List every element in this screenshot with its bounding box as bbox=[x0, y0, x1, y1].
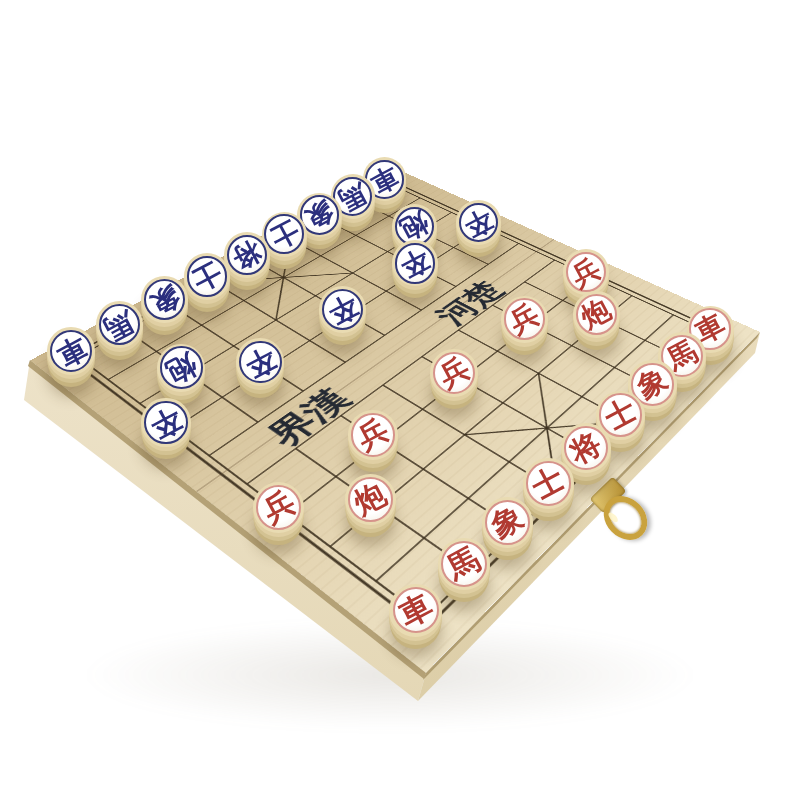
piece-red-soldier[interactable]: 兵 bbox=[253, 482, 304, 533]
piece-black-chariot[interactable]: 車 bbox=[47, 327, 95, 375]
piece-red-advisor[interactable]: 士 bbox=[523, 458, 574, 509]
piece-glyph: 卒 bbox=[394, 241, 435, 286]
piece-face: 卒 bbox=[144, 401, 187, 444]
piece-glyph: 卒 bbox=[458, 200, 499, 244]
piece-black-cannon[interactable]: 炮 bbox=[157, 344, 205, 392]
piece-face: 馬 bbox=[99, 304, 141, 346]
piece-glyph: 兵 bbox=[565, 249, 607, 295]
piece-face: 象 bbox=[485, 500, 530, 545]
piece-glyph: 兵 bbox=[350, 410, 396, 460]
piece-glyph: 車 bbox=[49, 327, 93, 376]
piece-face: 卒 bbox=[322, 289, 363, 330]
piece-face: 炮 bbox=[348, 477, 393, 522]
piece-glyph: 象 bbox=[484, 497, 531, 549]
piece-glyph: 卒 bbox=[238, 337, 282, 386]
piece-glyph: 馬 bbox=[440, 538, 487, 590]
piece-face: 兵 bbox=[351, 413, 395, 457]
piece-glyph: 炮 bbox=[347, 474, 393, 525]
piece-face: 兵 bbox=[504, 298, 545, 339]
piece-face: 炮 bbox=[160, 346, 203, 389]
piece-face: 士 bbox=[599, 393, 642, 436]
piece-glyph: 将 bbox=[226, 232, 267, 277]
piece-red-general[interactable]: 将 bbox=[561, 423, 611, 473]
piece-face: 卒 bbox=[459, 203, 499, 243]
piece-face: 炮 bbox=[576, 294, 617, 335]
piece-face: 将 bbox=[564, 426, 608, 470]
piece-face: 兵 bbox=[566, 252, 607, 293]
piece-red-soldier[interactable]: 兵 bbox=[348, 410, 398, 460]
piece-face: 車 bbox=[50, 330, 92, 372]
piece-glyph: 炮 bbox=[575, 291, 618, 338]
piece-red-soldier[interactable]: 兵 bbox=[563, 249, 609, 295]
piece-face: 象 bbox=[144, 279, 185, 320]
piece-face: 士 bbox=[526, 461, 570, 505]
product-photo: 楚 河 漢 界 車馬象卒炮士将卒兵士象卒炮兵車馬馬車卒炮兵象士卒兵将士炮兵象馬車 bbox=[0, 0, 800, 800]
piece-black-elephant[interactable]: 象 bbox=[141, 276, 188, 323]
piece-glyph: 車 bbox=[392, 584, 440, 637]
piece-face: 馬 bbox=[441, 541, 487, 587]
piece-black-horse[interactable]: 馬 bbox=[96, 301, 143, 348]
piece-black-soldier[interactable]: 卒 bbox=[392, 240, 438, 286]
piece-red-horse[interactable]: 馬 bbox=[438, 538, 490, 590]
piece-glyph: 卒 bbox=[321, 286, 364, 333]
piece-face: 卒 bbox=[395, 243, 435, 283]
piece-glyph: 兵 bbox=[432, 349, 476, 398]
piece-black-general[interactable]: 将 bbox=[224, 232, 270, 278]
piece-glyph: 馬 bbox=[98, 301, 141, 348]
piece-glyph: 兵 bbox=[256, 482, 302, 533]
piece-face: 将 bbox=[227, 235, 267, 275]
piece-face: 士 bbox=[264, 214, 304, 254]
piece-glyph: 将 bbox=[563, 423, 609, 473]
piece-glyph: 士 bbox=[264, 212, 305, 257]
piece-black-advisor[interactable]: 士 bbox=[184, 253, 230, 299]
piece-red-chariot[interactable]: 車 bbox=[389, 584, 442, 637]
piece-face: 兵 bbox=[433, 352, 476, 395]
piece-face: 卒 bbox=[239, 341, 281, 383]
piece-glyph: 士 bbox=[525, 458, 571, 508]
piece-face: 兵 bbox=[256, 485, 301, 530]
piece-glyph: 士 bbox=[186, 254, 228, 300]
piece-glyph: 兵 bbox=[503, 296, 546, 343]
piece-face: 士 bbox=[187, 256, 228, 297]
piece-black-soldier[interactable]: 卒 bbox=[141, 398, 190, 447]
piece-black-soldier[interactable]: 卒 bbox=[456, 200, 501, 245]
piece-red-soldier[interactable]: 兵 bbox=[501, 296, 548, 343]
piece-glyph: 象 bbox=[143, 276, 186, 323]
piece-red-cannon[interactable]: 炮 bbox=[345, 474, 396, 525]
piece-face: 車 bbox=[393, 587, 440, 634]
piece-glyph: 卒 bbox=[143, 397, 188, 447]
piece-black-soldier[interactable]: 卒 bbox=[319, 286, 366, 333]
piece-glyph: 炮 bbox=[159, 343, 203, 392]
piece-red-cannon[interactable]: 炮 bbox=[573, 291, 620, 338]
